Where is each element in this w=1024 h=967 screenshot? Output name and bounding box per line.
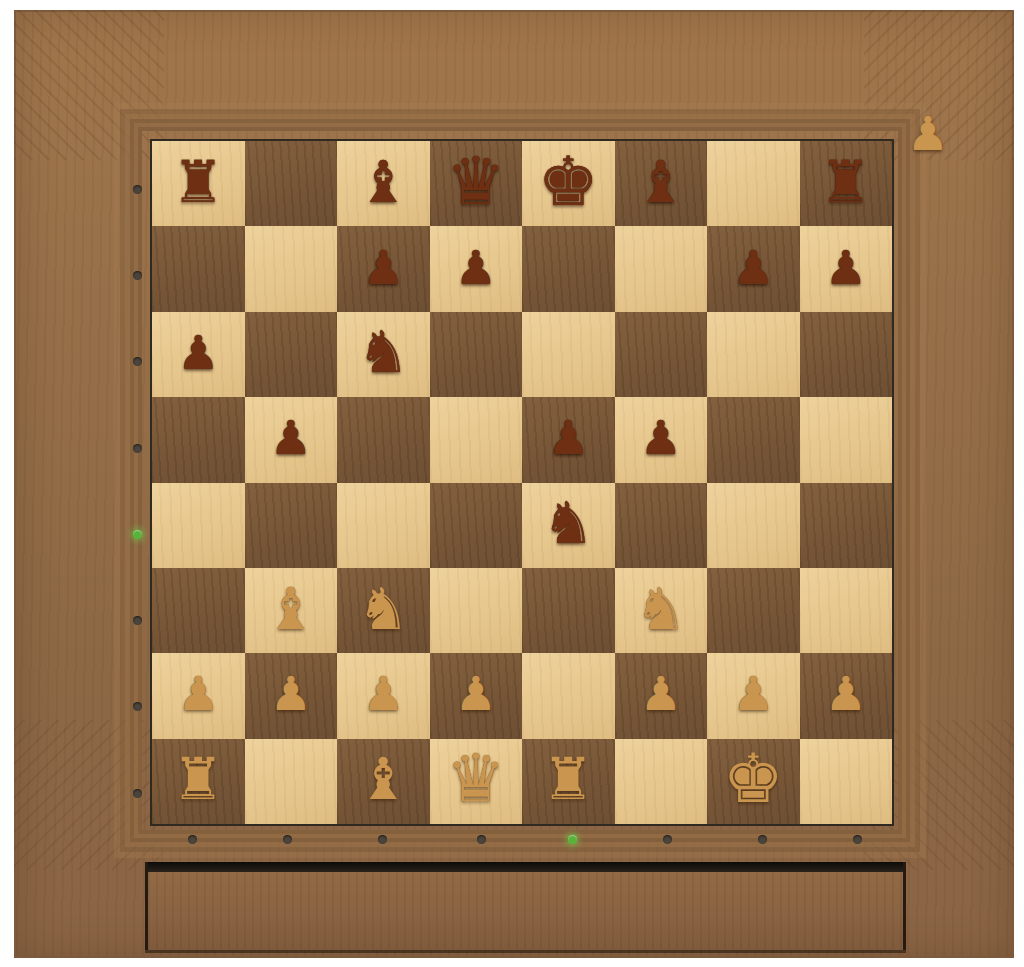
- square-e6[interactable]: [522, 312, 615, 397]
- square-f5[interactable]: ♟: [615, 397, 708, 482]
- square-d5[interactable]: [430, 397, 523, 482]
- square-c8[interactable]: ♝: [337, 141, 430, 226]
- black-pawn-g7[interactable]: ♟: [732, 244, 774, 291]
- white-bishop-b3[interactable]: ♝: [265, 580, 317, 638]
- led-file-f: [663, 835, 672, 844]
- square-c6[interactable]: ♞: [337, 312, 430, 397]
- black-pawn-f5[interactable]: ♟: [640, 414, 682, 461]
- square-h3[interactable]: [800, 568, 893, 653]
- square-d3[interactable]: [430, 568, 523, 653]
- square-a2[interactable]: ♟: [152, 653, 245, 738]
- square-f7[interactable]: [615, 226, 708, 311]
- white-pawn-c2[interactable]: ♟: [362, 670, 404, 717]
- led-rank-4-lit: [133, 530, 142, 539]
- square-b6[interactable]: [245, 312, 338, 397]
- square-b1[interactable]: [245, 739, 338, 824]
- black-pawn-h7[interactable]: ♟: [825, 244, 867, 291]
- square-f8[interactable]: ♝: [615, 141, 708, 226]
- square-h2[interactable]: ♟: [800, 653, 893, 738]
- square-g7[interactable]: ♟: [707, 226, 800, 311]
- square-e2[interactable]: [522, 653, 615, 738]
- square-f6[interactable]: [615, 312, 708, 397]
- square-b5[interactable]: ♟: [245, 397, 338, 482]
- white-queen-d1[interactable]: ♛: [446, 746, 505, 812]
- square-b3[interactable]: ♝: [245, 568, 338, 653]
- drawer-gap: [148, 862, 903, 872]
- square-c4[interactable]: [337, 483, 430, 568]
- square-a6[interactable]: ♟: [152, 312, 245, 397]
- square-b4[interactable]: [245, 483, 338, 568]
- led-file-a: [188, 835, 197, 844]
- black-pawn-b5[interactable]: ♟: [270, 414, 312, 461]
- square-d8[interactable]: ♛: [430, 141, 523, 226]
- square-c5[interactable]: [337, 397, 430, 482]
- black-king-e8[interactable]: ♚: [538, 148, 599, 216]
- square-a4[interactable]: [152, 483, 245, 568]
- black-pawn-e5[interactable]: ♟: [547, 414, 589, 461]
- led-rank-2: [133, 702, 142, 711]
- led-rank-6: [133, 357, 142, 366]
- black-rook-a8[interactable]: ♜: [172, 153, 224, 211]
- led-file-b: [283, 835, 292, 844]
- white-king-g1[interactable]: ♚: [723, 745, 784, 813]
- square-c1[interactable]: ♝: [337, 739, 430, 824]
- led-rank-7: [133, 271, 142, 280]
- square-b7[interactable]: [245, 226, 338, 311]
- white-pawn-h2[interactable]: ♟: [825, 670, 867, 717]
- square-g1[interactable]: ♚: [707, 739, 800, 824]
- square-h5[interactable]: [800, 397, 893, 482]
- led-rank-1: [133, 789, 142, 798]
- square-d1[interactable]: ♛: [430, 739, 523, 824]
- square-a8[interactable]: ♜: [152, 141, 245, 226]
- white-pawn-a2[interactable]: ♟: [177, 670, 219, 717]
- square-h1[interactable]: [800, 739, 893, 824]
- square-e7[interactable]: [522, 226, 615, 311]
- black-pawn-c7[interactable]: ♟: [362, 244, 404, 291]
- white-pawn-d2[interactable]: ♟: [455, 670, 497, 717]
- square-e1[interactable]: ♜: [522, 739, 615, 824]
- square-d4[interactable]: [430, 483, 523, 568]
- led-rank-8: [133, 185, 142, 194]
- chessboard-grid: ♜♝♛♚♝♜♟♟♟♟♟♞♟♟♟♞♝♞♞♟♟♟♟♟♟♟♜♝♛♜♚: [150, 139, 894, 826]
- square-d7[interactable]: ♟: [430, 226, 523, 311]
- black-pawn-a6[interactable]: ♟: [177, 329, 219, 376]
- square-h7[interactable]: ♟: [800, 226, 893, 311]
- led-file-d: [477, 835, 486, 844]
- led-file-c: [378, 835, 387, 844]
- square-a3[interactable]: [152, 568, 245, 653]
- led-file-e-lit: [568, 835, 577, 844]
- black-knight-e4[interactable]: ♞: [542, 494, 594, 552]
- black-rook-h8[interactable]: ♜: [820, 153, 872, 211]
- square-e8[interactable]: ♚: [522, 141, 615, 226]
- black-bishop-c8[interactable]: ♝: [357, 153, 409, 211]
- square-c7[interactable]: ♟: [337, 226, 430, 311]
- white-pawn-piece[interactable]: ♟: [907, 110, 949, 157]
- led-rank-5: [133, 444, 142, 453]
- square-c3[interactable]: ♞: [337, 568, 430, 653]
- white-pawn-f2[interactable]: ♟: [640, 670, 682, 717]
- square-f2[interactable]: ♟: [615, 653, 708, 738]
- square-g4[interactable]: [707, 483, 800, 568]
- square-g6[interactable]: [707, 312, 800, 397]
- square-a5[interactable]: [152, 397, 245, 482]
- square-a1[interactable]: ♜: [152, 739, 245, 824]
- board-photo-stage: { "game": "chess", "scene": "overhead ph…: [0, 0, 1024, 967]
- square-h4[interactable]: [800, 483, 893, 568]
- square-b2[interactable]: ♟: [245, 653, 338, 738]
- led-file-g: [758, 835, 767, 844]
- black-pawn-d7[interactable]: ♟: [455, 244, 497, 291]
- white-bishop-c1[interactable]: ♝: [357, 750, 409, 808]
- white-pawn-b2[interactable]: ♟: [270, 670, 312, 717]
- square-e3[interactable]: [522, 568, 615, 653]
- white-knight-c3[interactable]: ♞: [357, 580, 409, 638]
- white-pawn-g2[interactable]: ♟: [732, 670, 774, 717]
- white-rook-a1[interactable]: ♜: [172, 750, 224, 808]
- black-bishop-f8[interactable]: ♝: [635, 153, 687, 211]
- square-e5[interactable]: ♟: [522, 397, 615, 482]
- led-rank-3: [133, 616, 142, 625]
- square-e4[interactable]: ♞: [522, 483, 615, 568]
- square-h8[interactable]: ♜: [800, 141, 893, 226]
- square-b8[interactable]: [245, 141, 338, 226]
- square-a7[interactable]: [152, 226, 245, 311]
- square-d6[interactable]: [430, 312, 523, 397]
- square-g8[interactable]: [707, 141, 800, 226]
- square-f3[interactable]: ♞: [615, 568, 708, 653]
- square-g2[interactable]: ♟: [707, 653, 800, 738]
- square-g5[interactable]: [707, 397, 800, 482]
- square-g3[interactable]: [707, 568, 800, 653]
- square-c2[interactable]: ♟: [337, 653, 430, 738]
- black-queen-d8[interactable]: ♛: [446, 149, 505, 215]
- chessboard-frame: ♜♝♛♚♝♜♟♟♟♟♟♞♟♟♟♞♝♞♞♟♟♟♟♟♟♟♜♝♛♜♚ ♟: [14, 10, 1014, 958]
- white-knight-f3[interactable]: ♞: [635, 580, 687, 638]
- black-knight-c6[interactable]: ♞: [357, 323, 409, 381]
- piece-storage-drawer[interactable]: [145, 862, 906, 950]
- square-f1[interactable]: [615, 739, 708, 824]
- white-rook-e1[interactable]: ♜: [542, 750, 594, 808]
- square-f4[interactable]: [615, 483, 708, 568]
- square-d2[interactable]: ♟: [430, 653, 523, 738]
- square-h6[interactable]: [800, 312, 893, 397]
- led-file-h: [853, 835, 862, 844]
